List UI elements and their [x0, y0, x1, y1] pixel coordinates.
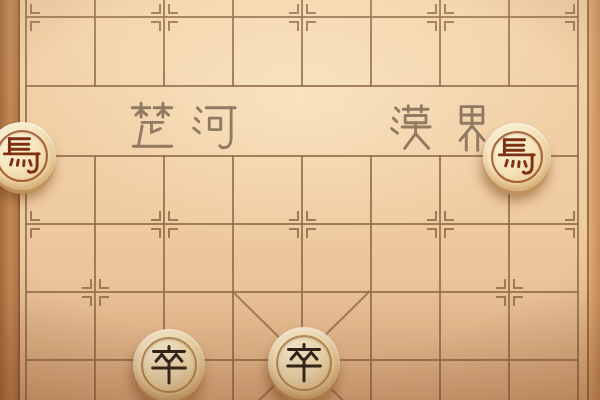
board-frame-left — [0, 0, 20, 400]
position-marker — [30, 21, 40, 31]
grid-line — [370, 155, 372, 400]
river-char-han — [387, 102, 439, 154]
piece-red-horse-right[interactable] — [483, 123, 551, 191]
horse-glyph-icon — [496, 136, 538, 178]
grid-line — [508, 0, 510, 87]
grid-line — [508, 155, 510, 400]
grid-line — [25, 0, 27, 400]
position-marker — [565, 4, 575, 14]
grid-line — [370, 0, 372, 87]
position-marker — [444, 21, 454, 31]
board-frame-right — [587, 0, 600, 400]
position-marker — [289, 211, 299, 221]
piece-black-soldier-right[interactable] — [268, 327, 340, 399]
position-marker — [82, 279, 92, 289]
grid-line — [232, 0, 234, 87]
position-marker — [427, 4, 437, 14]
position-marker — [306, 228, 316, 238]
grid-line — [94, 155, 96, 400]
position-marker — [306, 211, 316, 221]
position-marker — [151, 228, 161, 238]
xiangqi-board[interactable] — [0, 0, 600, 400]
position-marker — [565, 21, 575, 31]
position-marker — [444, 211, 454, 221]
position-marker — [427, 21, 437, 31]
position-marker — [496, 279, 506, 289]
grid-line — [439, 0, 441, 87]
position-marker — [565, 228, 575, 238]
position-marker — [496, 296, 506, 306]
position-marker — [30, 211, 40, 221]
position-marker — [99, 296, 109, 306]
grid-line — [163, 0, 165, 87]
position-marker — [151, 211, 161, 221]
position-marker — [151, 4, 161, 14]
position-marker — [82, 296, 92, 306]
river-char-he — [189, 101, 241, 153]
position-marker — [513, 279, 523, 289]
position-marker — [427, 228, 437, 238]
position-marker — [30, 4, 40, 14]
position-marker — [289, 4, 299, 14]
position-marker — [168, 4, 178, 14]
position-marker — [513, 296, 523, 306]
horse-glyph-icon — [1, 135, 43, 177]
position-marker — [289, 228, 299, 238]
position-marker — [289, 21, 299, 31]
position-marker — [444, 4, 454, 14]
piece-red-horse-left[interactable] — [0, 122, 56, 190]
position-marker — [444, 228, 454, 238]
river-char-chu — [126, 100, 178, 152]
position-marker — [99, 279, 109, 289]
position-marker — [30, 228, 40, 238]
position-marker — [306, 4, 316, 14]
position-marker — [565, 211, 575, 221]
position-marker — [427, 211, 437, 221]
grid-line — [577, 0, 579, 400]
grid-line — [301, 0, 303, 87]
position-marker — [151, 21, 161, 31]
grid-line — [439, 155, 441, 400]
position-marker — [168, 21, 178, 31]
position-marker — [168, 228, 178, 238]
soldier-glyph-icon — [283, 342, 325, 384]
grid-line — [94, 0, 96, 87]
position-marker — [168, 211, 178, 221]
piece-black-soldier-left[interactable] — [133, 329, 205, 400]
soldier-glyph-icon — [148, 344, 190, 386]
position-marker — [306, 21, 316, 31]
grid-line — [232, 155, 234, 400]
